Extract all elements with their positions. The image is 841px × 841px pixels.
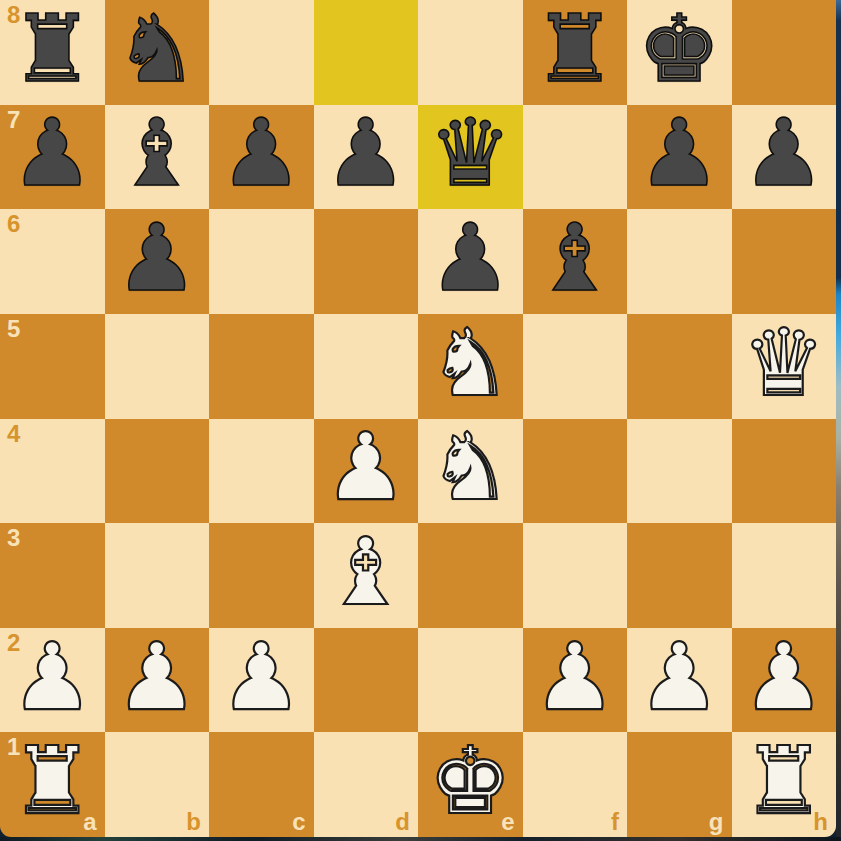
square-c2[interactable]: ♟ [209,628,314,733]
square-e7[interactable]: ♛ [418,105,523,210]
white-knight[interactable]: ♞ [429,421,512,514]
square-g8[interactable]: ♚ [627,0,732,105]
rank-label-4: 4 [7,422,20,446]
square-b5[interactable] [105,314,210,419]
square-g4[interactable] [627,419,732,524]
square-h2[interactable]: ♟ [732,628,837,733]
black-bishop[interactable]: ♝ [115,107,198,200]
square-c7[interactable]: ♟ [209,105,314,210]
square-f2[interactable]: ♟ [523,628,628,733]
black-bishop[interactable]: ♝ [533,212,616,305]
square-c5[interactable] [209,314,314,419]
white-knight[interactable]: ♞ [429,317,512,410]
desktop-background-bottom-sliver [0,837,841,841]
white-pawn[interactable]: ♟ [115,631,198,724]
square-h7[interactable]: ♟ [732,105,837,210]
square-b8[interactable]: ♞ [105,0,210,105]
square-d2[interactable] [314,628,419,733]
square-d1[interactable]: d [314,732,419,837]
black-rook[interactable]: ♜ [11,3,94,96]
rank-label-6: 6 [7,212,20,236]
square-e3[interactable] [418,523,523,628]
square-c1[interactable]: c [209,732,314,837]
square-g5[interactable] [627,314,732,419]
white-pawn[interactable]: ♟ [742,631,825,724]
square-c8[interactable] [209,0,314,105]
square-g3[interactable] [627,523,732,628]
square-e6[interactable]: ♟ [418,209,523,314]
square-b1[interactable]: b [105,732,210,837]
square-h6[interactable] [732,209,837,314]
white-rook[interactable]: ♜ [11,735,94,828]
file-label-d: d [395,810,410,834]
square-a8[interactable]: 8♜ [0,0,105,105]
square-e1[interactable]: e♚ [418,732,523,837]
white-pawn[interactable]: ♟ [533,631,616,724]
square-b2[interactable]: ♟ [105,628,210,733]
desktop-stage: 8♜♞♜♚7♟♝♟♟♛♟♟6♟♟♝5♞♛4♟♞3♝2♟♟♟♟♟♟1a♜bcde♚… [0,0,841,841]
black-queen[interactable]: ♛ [429,107,512,200]
black-king[interactable]: ♚ [638,3,721,96]
square-e8[interactable] [418,0,523,105]
square-g7[interactable]: ♟ [627,105,732,210]
black-pawn[interactable]: ♟ [638,107,721,200]
square-d3[interactable]: ♝ [314,523,419,628]
square-e5[interactable]: ♞ [418,314,523,419]
chess-board[interactable]: 8♜♞♜♚7♟♝♟♟♛♟♟6♟♟♝5♞♛4♟♞3♝2♟♟♟♟♟♟1a♜bcde♚… [0,0,836,837]
black-pawn[interactable]: ♟ [220,107,303,200]
square-a4[interactable]: 4 [0,419,105,524]
black-knight[interactable]: ♞ [115,3,198,96]
white-queen[interactable]: ♛ [742,317,825,410]
square-c3[interactable] [209,523,314,628]
square-g2[interactable]: ♟ [627,628,732,733]
square-c6[interactable] [209,209,314,314]
square-a6[interactable]: 6 [0,209,105,314]
square-f5[interactable] [523,314,628,419]
square-e4[interactable]: ♞ [418,419,523,524]
square-a1[interactable]: 1a♜ [0,732,105,837]
file-label-g: g [709,810,724,834]
black-pawn[interactable]: ♟ [742,107,825,200]
black-pawn[interactable]: ♟ [115,212,198,305]
file-label-f: f [611,810,619,834]
file-label-b: b [186,810,201,834]
square-g6[interactable] [627,209,732,314]
file-label-c: c [292,810,305,834]
square-g1[interactable]: g [627,732,732,837]
square-f4[interactable] [523,419,628,524]
square-e2[interactable] [418,628,523,733]
square-d6[interactable] [314,209,419,314]
white-pawn[interactable]: ♟ [324,421,407,514]
white-pawn[interactable]: ♟ [638,631,721,724]
square-d7[interactable]: ♟ [314,105,419,210]
black-pawn[interactable]: ♟ [324,107,407,200]
desktop-background-right-sliver [836,0,841,841]
square-b6[interactable]: ♟ [105,209,210,314]
square-f3[interactable] [523,523,628,628]
black-rook[interactable]: ♜ [533,3,616,96]
square-f6[interactable]: ♝ [523,209,628,314]
square-b4[interactable] [105,419,210,524]
square-f8[interactable]: ♜ [523,0,628,105]
square-b7[interactable]: ♝ [105,105,210,210]
square-h8[interactable] [732,0,837,105]
square-c4[interactable] [209,419,314,524]
square-f7[interactable] [523,105,628,210]
white-pawn[interactable]: ♟ [11,631,94,724]
white-rook[interactable]: ♜ [742,735,825,828]
square-f1[interactable]: f [523,732,628,837]
rank-label-5: 5 [7,317,20,341]
square-b3[interactable] [105,523,210,628]
square-h4[interactable] [732,419,837,524]
square-a7[interactable]: 7♟ [0,105,105,210]
square-h3[interactable] [732,523,837,628]
square-d8[interactable] [314,0,419,105]
black-pawn[interactable]: ♟ [429,212,512,305]
square-a5[interactable]: 5 [0,314,105,419]
white-king[interactable]: ♚ [429,735,512,828]
white-pawn[interactable]: ♟ [220,631,303,724]
square-d4[interactable]: ♟ [314,419,419,524]
white-bishop[interactable]: ♝ [324,526,407,619]
square-d5[interactable] [314,314,419,419]
rank-label-3: 3 [7,526,20,550]
square-a3[interactable]: 3 [0,523,105,628]
square-h5[interactable]: ♛ [732,314,837,419]
black-pawn[interactable]: ♟ [11,107,94,200]
square-a2[interactable]: 2♟ [0,628,105,733]
square-h1[interactable]: h♜ [732,732,837,837]
